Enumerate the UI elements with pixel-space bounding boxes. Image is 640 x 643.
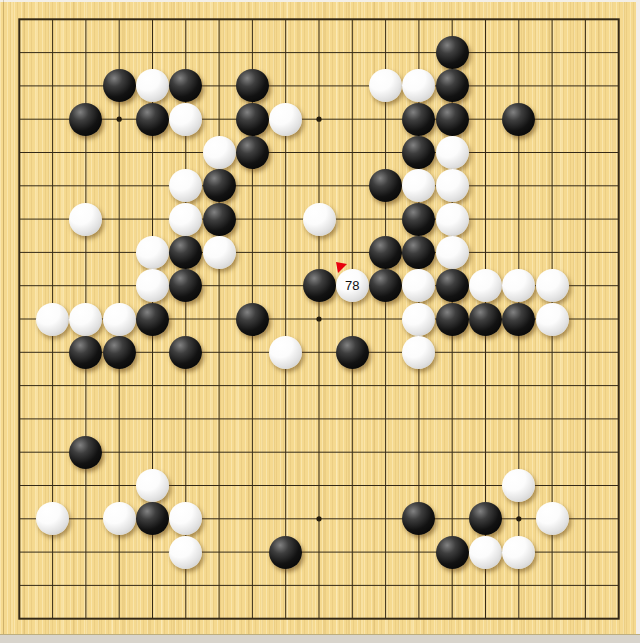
stone-black (369, 236, 402, 269)
stone-white (436, 136, 469, 169)
stone-black (203, 203, 236, 236)
stone-white (36, 303, 69, 336)
stone-white (536, 269, 569, 302)
stone-black (69, 436, 102, 469)
stone-white (103, 303, 136, 336)
stone-white (136, 469, 169, 502)
stone-black (303, 269, 336, 302)
stone-white (436, 236, 469, 269)
stone-white (69, 303, 102, 336)
stone-black (436, 69, 469, 102)
last-move-stone: 78 (336, 269, 369, 302)
stone-white (436, 203, 469, 236)
stone-white (136, 236, 169, 269)
stone-black (402, 203, 435, 236)
window-edge-right (636, 0, 640, 643)
stone-black (203, 169, 236, 202)
stone-white (169, 203, 202, 236)
stone-black (436, 103, 469, 136)
window-bottom-bar (0, 635, 640, 643)
stone-black (136, 103, 169, 136)
stone-white (536, 303, 569, 336)
goban[interactable]: 78 (0, 0, 640, 635)
stone-black (236, 303, 269, 336)
stone-white (269, 103, 302, 136)
stone-white (436, 169, 469, 202)
last-move-marker-icon (336, 262, 348, 274)
stone-black (436, 36, 469, 69)
star-point (316, 316, 321, 321)
stone-black (169, 336, 202, 369)
stone-white (169, 103, 202, 136)
stone-black (502, 303, 535, 336)
stone-white (502, 536, 535, 569)
stone-black (136, 303, 169, 336)
stone-black (402, 103, 435, 136)
stone-white (402, 303, 435, 336)
star-point (316, 516, 321, 521)
window-edge-top (0, 0, 640, 2)
stone-white (69, 203, 102, 236)
stone-black (469, 303, 502, 336)
star-point (516, 516, 521, 521)
stone-black (269, 536, 302, 569)
stone-black (169, 236, 202, 269)
window-edge-left (3, 0, 4, 635)
stone-white (402, 336, 435, 369)
stone-white (203, 136, 236, 169)
stone-white (536, 502, 569, 535)
stone-black (436, 536, 469, 569)
stone-black (69, 336, 102, 369)
stone-white (103, 502, 136, 535)
stone-white (203, 236, 236, 269)
go-board-window: 78 (0, 0, 640, 643)
stone-black (69, 103, 102, 136)
stone-black (502, 103, 535, 136)
stone-white (469, 269, 502, 302)
stone-black (236, 136, 269, 169)
stone-black (436, 269, 469, 302)
stone-black (236, 103, 269, 136)
stone-black (103, 69, 136, 102)
stone-black (336, 336, 369, 369)
stone-black (103, 336, 136, 369)
stone-white (269, 336, 302, 369)
star-point (117, 117, 122, 122)
stone-white (169, 536, 202, 569)
stone-white (136, 269, 169, 302)
star-point (316, 117, 321, 122)
stone-white (469, 536, 502, 569)
stone-black (436, 303, 469, 336)
stone-white (303, 203, 336, 236)
